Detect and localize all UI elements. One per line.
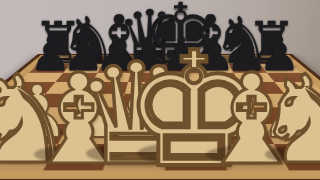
pieces-layer: ♜♞♝♛♚♝♞♜♟♟♟♟♟♟♟♟♟♟♟♟♟♟♟♟♜♞♝♛♚♝♞♜ [0, 0, 320, 180]
chess-photo-scene: ♜♞♝♛♚♝♞♜♟♟♟♟♟♟♟♟♟♟♟♟♟♟♟♟♜♞♝♛♚♝♞♜ [0, 0, 320, 180]
piece-white-rook-h1[interactable]: ♜ [312, 70, 320, 180]
piece-white-knight-g1[interactable]: ♞ [248, 60, 320, 180]
